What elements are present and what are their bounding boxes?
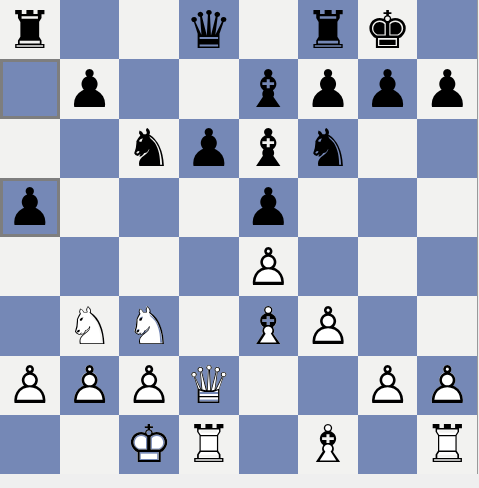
square-g7[interactable]: ♟ <box>358 59 418 118</box>
piece-white-knight[interactable]: ♞♘ <box>60 296 120 355</box>
piece-white-bishop[interactable]: ♝♗ <box>298 415 358 474</box>
square-f8[interactable]: ♜ <box>298 0 358 59</box>
piece-black-pawn[interactable]: ♟ <box>179 119 239 178</box>
piece-white-pawn[interactable]: ♟♙ <box>417 356 477 415</box>
square-h2[interactable]: ♟♙ <box>417 356 477 415</box>
square-d5[interactable] <box>179 178 239 237</box>
piece-outline-layer: ♙ <box>0 356 60 415</box>
square-c4[interactable] <box>119 237 179 296</box>
square-d2[interactable]: ♛♕ <box>179 356 239 415</box>
square-a3[interactable] <box>0 296 60 355</box>
piece-black-pawn[interactable]: ♟ <box>417 59 477 118</box>
piece-black-pawn[interactable]: ♟ <box>60 59 120 118</box>
piece-outline-layer: ♗ <box>298 415 358 474</box>
piece-white-pawn[interactable]: ♟♙ <box>119 356 179 415</box>
piece-outline-layer: ♘ <box>60 296 120 355</box>
piece-black-bishop[interactable]: ♝ <box>239 59 299 118</box>
page: ♜♛♜♚♟♝♟♟♟♞♟♝♞♟♟♟♙♞♘♞♘♝♗♟♙♟♙♟♙♟♙♛♕♟♙♟♙♚♔♜… <box>0 0 479 488</box>
square-b5[interactable] <box>60 178 120 237</box>
piece-outline-layer: ♕ <box>179 356 239 415</box>
piece-white-rook[interactable]: ♜♖ <box>417 415 477 474</box>
square-a7[interactable] <box>0 59 60 118</box>
square-c6[interactable]: ♞ <box>119 119 179 178</box>
piece-black-pawn[interactable]: ♟ <box>298 59 358 118</box>
square-f1[interactable]: ♝♗ <box>298 415 358 474</box>
chess-board: ♜♛♜♚♟♝♟♟♟♞♟♝♞♟♟♟♙♞♘♞♘♝♗♟♙♟♙♟♙♟♙♛♕♟♙♟♙♚♔♜… <box>0 0 478 474</box>
square-e8[interactable] <box>239 0 299 59</box>
piece-black-rook[interactable]: ♜ <box>0 0 60 59</box>
square-h6[interactable] <box>417 119 477 178</box>
square-e4[interactable]: ♟♙ <box>239 237 299 296</box>
square-g6[interactable] <box>358 119 418 178</box>
square-a2[interactable]: ♟♙ <box>0 356 60 415</box>
square-b3[interactable]: ♞♘ <box>60 296 120 355</box>
piece-outline-layer: ♙ <box>119 356 179 415</box>
square-b8[interactable] <box>60 0 120 59</box>
square-c7[interactable] <box>119 59 179 118</box>
square-f2[interactable] <box>298 356 358 415</box>
piece-white-king[interactable]: ♚♔ <box>119 415 179 474</box>
piece-black-bishop[interactable]: ♝ <box>239 119 299 178</box>
square-a5[interactable]: ♟ <box>0 178 60 237</box>
square-h7[interactable]: ♟ <box>417 59 477 118</box>
piece-black-rook[interactable]: ♜ <box>298 0 358 59</box>
square-g1[interactable] <box>358 415 418 474</box>
square-g5[interactable] <box>358 178 418 237</box>
piece-black-queen[interactable]: ♛ <box>179 0 239 59</box>
square-c2[interactable]: ♟♙ <box>119 356 179 415</box>
piece-black-pawn[interactable]: ♟ <box>0 178 60 237</box>
piece-outline-layer: ♗ <box>239 296 299 355</box>
square-a4[interactable] <box>0 237 60 296</box>
piece-black-pawn[interactable]: ♟ <box>239 178 299 237</box>
piece-white-queen[interactable]: ♛♕ <box>179 356 239 415</box>
piece-white-bishop[interactable]: ♝♗ <box>239 296 299 355</box>
square-b4[interactable] <box>60 237 120 296</box>
square-g3[interactable] <box>358 296 418 355</box>
square-d1[interactable]: ♜♖ <box>179 415 239 474</box>
square-f5[interactable] <box>298 178 358 237</box>
square-c1[interactable]: ♚♔ <box>119 415 179 474</box>
piece-white-knight[interactable]: ♞♘ <box>119 296 179 355</box>
square-c8[interactable] <box>119 0 179 59</box>
square-a1[interactable] <box>0 415 60 474</box>
piece-outline-layer: ♘ <box>119 296 179 355</box>
piece-white-pawn[interactable]: ♟♙ <box>358 356 418 415</box>
square-d3[interactable] <box>179 296 239 355</box>
piece-outline-layer: ♖ <box>417 415 477 474</box>
piece-outline-layer: ♙ <box>298 296 358 355</box>
square-d8[interactable]: ♛ <box>179 0 239 59</box>
square-a8[interactable]: ♜ <box>0 0 60 59</box>
square-e6[interactable]: ♝ <box>239 119 299 178</box>
square-b1[interactable] <box>60 415 120 474</box>
square-b2[interactable]: ♟♙ <box>60 356 120 415</box>
square-c5[interactable] <box>119 178 179 237</box>
square-e3[interactable]: ♝♗ <box>239 296 299 355</box>
square-b7[interactable]: ♟ <box>60 59 120 118</box>
square-e2[interactable] <box>239 356 299 415</box>
piece-white-rook[interactable]: ♜♖ <box>179 415 239 474</box>
square-d7[interactable] <box>179 59 239 118</box>
square-h5[interactable] <box>417 178 477 237</box>
piece-outline-layer: ♖ <box>179 415 239 474</box>
square-g4[interactable] <box>358 237 418 296</box>
piece-outline-layer: ♙ <box>60 356 120 415</box>
square-h8[interactable] <box>417 0 477 59</box>
square-e5[interactable]: ♟ <box>239 178 299 237</box>
piece-outline-layer: ♙ <box>417 356 477 415</box>
square-e7[interactable]: ♝ <box>239 59 299 118</box>
piece-white-pawn[interactable]: ♟♙ <box>298 296 358 355</box>
square-h3[interactable] <box>417 296 477 355</box>
square-g8[interactable]: ♚ <box>358 0 418 59</box>
piece-black-pawn[interactable]: ♟ <box>358 59 418 118</box>
piece-outline-layer: ♔ <box>119 415 179 474</box>
square-f4[interactable] <box>298 237 358 296</box>
piece-outline-layer: ♙ <box>358 356 418 415</box>
square-a6[interactable] <box>0 119 60 178</box>
piece-black-knight[interactable]: ♞ <box>298 119 358 178</box>
square-d4[interactable] <box>179 237 239 296</box>
piece-outline-layer: ♙ <box>239 237 299 296</box>
square-c3[interactable]: ♞♘ <box>119 296 179 355</box>
square-d6[interactable]: ♟ <box>179 119 239 178</box>
piece-black-king[interactable]: ♚ <box>358 0 418 59</box>
square-f3[interactable]: ♟♙ <box>298 296 358 355</box>
piece-white-pawn[interactable]: ♟♙ <box>60 356 120 415</box>
square-b6[interactable] <box>60 119 120 178</box>
piece-black-knight[interactable]: ♞ <box>119 119 179 178</box>
piece-white-pawn[interactable]: ♟♙ <box>0 356 60 415</box>
square-h1[interactable]: ♜♖ <box>417 415 477 474</box>
square-g2[interactable]: ♟♙ <box>358 356 418 415</box>
square-f7[interactable]: ♟ <box>298 59 358 118</box>
square-f6[interactable]: ♞ <box>298 119 358 178</box>
square-h4[interactable] <box>417 237 477 296</box>
square-e1[interactable] <box>239 415 299 474</box>
piece-white-pawn[interactable]: ♟♙ <box>239 237 299 296</box>
